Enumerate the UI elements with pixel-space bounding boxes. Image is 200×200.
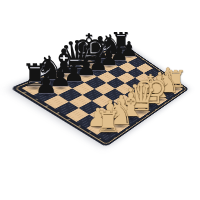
- pieces-layer: ♜♞♝♛♚♝♞♜♟♟♟♟♟♟♟♟♟♟♟♟♟♟♟♟♜♞♝♛♚♝♞♜: [0, 0, 200, 200]
- black-pawn-icon: ♟: [34, 72, 57, 98]
- chess-set-photo: 87654321 87654321 hgfedcba hgfedcba ♜♞♝♛…: [0, 0, 200, 200]
- white-rook-icon: ♜: [95, 107, 122, 137]
